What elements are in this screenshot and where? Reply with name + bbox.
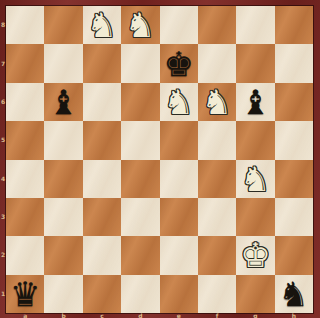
- file-label-a: a: [20, 313, 30, 318]
- white-king-g2[interactable]: ♚: [236, 236, 274, 274]
- square-a3[interactable]: [6, 198, 44, 236]
- square-h4[interactable]: [275, 160, 313, 198]
- square-d8[interactable]: ♞: [121, 6, 159, 44]
- square-d7[interactable]: [121, 44, 159, 82]
- square-e8[interactable]: [160, 6, 198, 44]
- square-e3[interactable]: [160, 198, 198, 236]
- rank-label-3: 3: [0, 214, 6, 220]
- square-f1[interactable]: [198, 275, 236, 313]
- square-h8[interactable]: [275, 6, 313, 44]
- square-b7[interactable]: [44, 44, 82, 82]
- square-d2[interactable]: [121, 236, 159, 274]
- square-g3[interactable]: [236, 198, 274, 236]
- rank-label-5: 5: [0, 137, 6, 143]
- square-e2[interactable]: [160, 236, 198, 274]
- file-label-g: g: [250, 313, 260, 318]
- square-b3[interactable]: [44, 198, 82, 236]
- square-a2[interactable]: [6, 236, 44, 274]
- square-a7[interactable]: [6, 44, 44, 82]
- white-knight-g4[interactable]: ♞: [236, 160, 274, 198]
- square-c1[interactable]: [83, 275, 121, 313]
- rank-label-6: 6: [0, 99, 6, 105]
- square-a8[interactable]: [6, 6, 44, 44]
- square-b6[interactable]: ♝: [44, 83, 82, 121]
- square-e1[interactable]: [160, 275, 198, 313]
- square-f3[interactable]: [198, 198, 236, 236]
- rank-label-2: 2: [0, 252, 6, 258]
- black-bishop-b6[interactable]: ♝: [44, 83, 82, 121]
- white-knight-e6[interactable]: ♞: [160, 83, 198, 121]
- black-queen-a1[interactable]: ♛: [6, 275, 44, 313]
- square-c3[interactable]: [83, 198, 121, 236]
- square-h6[interactable]: [275, 83, 313, 121]
- square-h3[interactable]: [275, 198, 313, 236]
- square-c5[interactable]: [83, 121, 121, 159]
- square-e4[interactable]: [160, 160, 198, 198]
- square-f2[interactable]: [198, 236, 236, 274]
- square-b2[interactable]: [44, 236, 82, 274]
- white-knight-f6[interactable]: ♞: [198, 83, 236, 121]
- square-a5[interactable]: [6, 121, 44, 159]
- square-b8[interactable]: [44, 6, 82, 44]
- square-d4[interactable]: [121, 160, 159, 198]
- square-g7[interactable]: [236, 44, 274, 82]
- square-c2[interactable]: [83, 236, 121, 274]
- square-d1[interactable]: [121, 275, 159, 313]
- square-g5[interactable]: [236, 121, 274, 159]
- square-a1[interactable]: ♛: [6, 275, 44, 313]
- square-a6[interactable]: [6, 83, 44, 121]
- square-e5[interactable]: [160, 121, 198, 159]
- square-f8[interactable]: [198, 6, 236, 44]
- rank-label-1: 1: [0, 291, 6, 297]
- square-f4[interactable]: [198, 160, 236, 198]
- square-c4[interactable]: [83, 160, 121, 198]
- square-h5[interactable]: [275, 121, 313, 159]
- black-bishop-g6[interactable]: ♝: [236, 83, 274, 121]
- black-knight-h1[interactable]: ♞: [275, 275, 313, 313]
- square-g2[interactable]: ♚: [236, 236, 274, 274]
- white-knight-c8[interactable]: ♞: [83, 6, 121, 44]
- square-h7[interactable]: [275, 44, 313, 82]
- black-king-e7[interactable]: ♚: [160, 44, 198, 82]
- square-h1[interactable]: ♞: [275, 275, 313, 313]
- square-c6[interactable]: [83, 83, 121, 121]
- file-label-h: h: [289, 313, 299, 318]
- square-a4[interactable]: [6, 160, 44, 198]
- square-f7[interactable]: [198, 44, 236, 82]
- square-d3[interactable]: [121, 198, 159, 236]
- chess-board-frame: ♞♞♚♝♞♞♝♞♚♛♞ 87654321abcdefgh: [0, 0, 320, 318]
- square-e7[interactable]: ♚: [160, 44, 198, 82]
- square-g4[interactable]: ♞: [236, 160, 274, 198]
- square-f6[interactable]: ♞: [198, 83, 236, 121]
- rank-label-4: 4: [0, 176, 6, 182]
- square-f5[interactable]: [198, 121, 236, 159]
- file-label-b: b: [59, 313, 69, 318]
- square-h2[interactable]: [275, 236, 313, 274]
- square-b1[interactable]: [44, 275, 82, 313]
- square-b4[interactable]: [44, 160, 82, 198]
- square-c8[interactable]: ♞: [83, 6, 121, 44]
- rank-label-8: 8: [0, 22, 6, 28]
- square-g1[interactable]: [236, 275, 274, 313]
- square-d5[interactable]: [121, 121, 159, 159]
- file-label-f: f: [212, 313, 222, 318]
- rank-label-7: 7: [0, 61, 6, 67]
- square-d6[interactable]: [121, 83, 159, 121]
- square-c7[interactable]: [83, 44, 121, 82]
- file-label-e: e: [174, 313, 184, 318]
- square-g8[interactable]: [236, 6, 274, 44]
- square-e6[interactable]: ♞: [160, 83, 198, 121]
- white-knight-d8[interactable]: ♞: [121, 6, 159, 44]
- file-label-c: c: [97, 313, 107, 318]
- chess-board: ♞♞♚♝♞♞♝♞♚♛♞: [6, 6, 313, 313]
- square-b5[interactable]: [44, 121, 82, 159]
- file-label-d: d: [135, 313, 145, 318]
- square-g6[interactable]: ♝: [236, 83, 274, 121]
